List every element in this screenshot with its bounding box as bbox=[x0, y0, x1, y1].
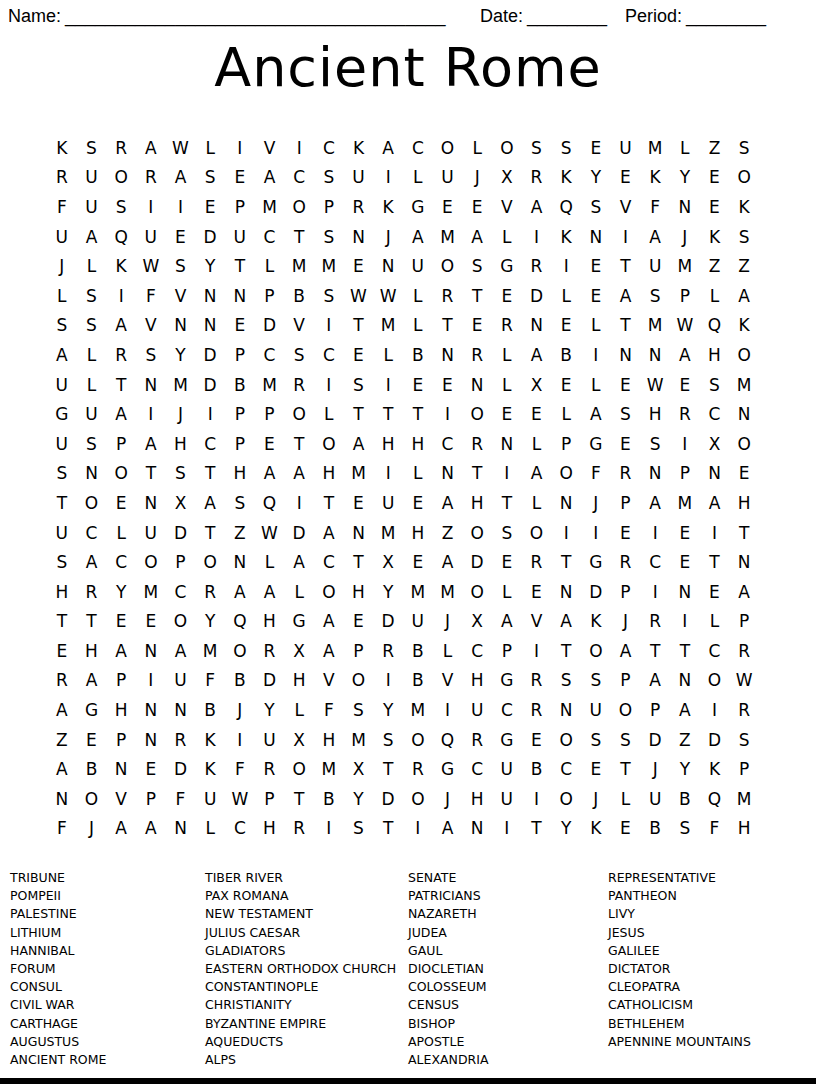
date-blank[interactable]: ________ bbox=[527, 6, 607, 26]
grid-cell[interactable]: L bbox=[403, 311, 433, 341]
grid-cell[interactable]: O bbox=[284, 399, 314, 429]
grid-cell[interactable]: N bbox=[640, 340, 670, 370]
grid-cell[interactable]: U bbox=[492, 784, 522, 814]
grid-cell[interactable]: P bbox=[225, 192, 255, 222]
grid-cell[interactable]: J bbox=[166, 399, 196, 429]
grid-cell[interactable]: N bbox=[522, 311, 552, 341]
grid-cell[interactable]: Q bbox=[106, 222, 136, 252]
grid-cell[interactable]: A bbox=[433, 547, 463, 577]
grid-cell[interactable]: R bbox=[373, 636, 403, 666]
grid-cell[interactable]: U bbox=[462, 695, 492, 725]
grid-cell[interactable]: S bbox=[729, 725, 759, 755]
grid-cell[interactable]: O bbox=[611, 695, 641, 725]
grid-cell[interactable]: B bbox=[284, 281, 314, 311]
grid-cell[interactable]: H bbox=[314, 459, 344, 489]
grid-cell[interactable]: A bbox=[670, 695, 700, 725]
grid-cell[interactable]: T bbox=[462, 281, 492, 311]
grid-cell[interactable]: Q bbox=[551, 192, 581, 222]
grid-cell[interactable]: L bbox=[77, 251, 107, 281]
grid-cell[interactable]: A bbox=[136, 429, 166, 459]
grid-cell[interactable]: U bbox=[195, 784, 225, 814]
grid-cell[interactable]: V bbox=[166, 281, 196, 311]
grid-cell[interactable]: A bbox=[611, 281, 641, 311]
grid-cell[interactable]: F bbox=[195, 666, 225, 696]
grid-cell[interactable]: I bbox=[106, 281, 136, 311]
grid-cell[interactable]: K bbox=[106, 251, 136, 281]
grid-cell[interactable]: O bbox=[551, 725, 581, 755]
grid-cell[interactable]: L bbox=[492, 370, 522, 400]
grid-cell[interactable]: Z bbox=[433, 518, 463, 548]
grid-cell[interactable]: H bbox=[106, 695, 136, 725]
grid-cell[interactable]: H bbox=[729, 814, 759, 844]
grid-cell[interactable]: N bbox=[136, 488, 166, 518]
grid-cell[interactable]: H bbox=[284, 666, 314, 696]
grid-cell[interactable]: R bbox=[522, 547, 552, 577]
grid-cell[interactable]: C bbox=[255, 340, 285, 370]
grid-cell[interactable]: N bbox=[551, 488, 581, 518]
grid-cell[interactable]: C bbox=[462, 754, 492, 784]
grid-cell[interactable]: A bbox=[225, 577, 255, 607]
grid-cell[interactable]: R bbox=[522, 666, 552, 696]
grid-cell[interactable]: M bbox=[403, 577, 433, 607]
grid-cell[interactable]: J bbox=[640, 754, 670, 784]
grid-cell[interactable]: E bbox=[433, 192, 463, 222]
grid-cell[interactable]: E bbox=[344, 607, 374, 637]
grid-cell[interactable]: H bbox=[403, 429, 433, 459]
grid-cell[interactable]: D bbox=[195, 222, 225, 252]
grid-cell[interactable]: A bbox=[255, 459, 285, 489]
grid-cell[interactable]: C bbox=[551, 754, 581, 784]
grid-cell[interactable]: E bbox=[255, 429, 285, 459]
grid-cell[interactable]: A bbox=[492, 607, 522, 637]
grid-cell[interactable]: A bbox=[373, 133, 403, 163]
grid-cell[interactable]: L bbox=[403, 163, 433, 193]
grid-cell[interactable]: G bbox=[77, 695, 107, 725]
grid-cell[interactable]: W bbox=[166, 133, 196, 163]
grid-cell[interactable]: I bbox=[551, 251, 581, 281]
grid-cell[interactable]: E bbox=[195, 192, 225, 222]
grid-cell[interactable]: E bbox=[700, 192, 730, 222]
grid-cell[interactable]: P bbox=[255, 399, 285, 429]
grid-cell[interactable]: G bbox=[581, 429, 611, 459]
grid-cell[interactable]: Y bbox=[166, 340, 196, 370]
grid-cell[interactable]: H bbox=[403, 518, 433, 548]
grid-cell[interactable]: K bbox=[581, 607, 611, 637]
grid-cell[interactable]: A bbox=[640, 222, 670, 252]
grid-cell[interactable]: O bbox=[314, 577, 344, 607]
grid-cell[interactable]: Y bbox=[106, 577, 136, 607]
grid-cell[interactable]: N bbox=[166, 311, 196, 341]
grid-cell[interactable]: O bbox=[551, 784, 581, 814]
grid-cell[interactable]: B bbox=[640, 814, 670, 844]
grid-cell[interactable]: S bbox=[581, 666, 611, 696]
grid-cell[interactable]: S bbox=[640, 429, 670, 459]
grid-cell[interactable]: V bbox=[433, 666, 463, 696]
grid-cell[interactable]: H bbox=[729, 488, 759, 518]
grid-cell[interactable]: C bbox=[640, 547, 670, 577]
grid-cell[interactable]: R bbox=[255, 636, 285, 666]
grid-cell[interactable]: M bbox=[640, 133, 670, 163]
grid-cell[interactable]: X bbox=[284, 636, 314, 666]
grid-cell[interactable]: I bbox=[403, 814, 433, 844]
grid-cell[interactable]: I bbox=[670, 429, 700, 459]
grid-cell[interactable]: J bbox=[77, 814, 107, 844]
grid-cell[interactable]: N bbox=[700, 459, 730, 489]
grid-cell[interactable]: S bbox=[611, 725, 641, 755]
grid-cell[interactable]: S bbox=[195, 163, 225, 193]
grid-cell[interactable]: E bbox=[581, 133, 611, 163]
grid-cell[interactable]: W bbox=[373, 281, 403, 311]
grid-cell[interactable]: U bbox=[581, 695, 611, 725]
grid-cell[interactable]: C bbox=[195, 429, 225, 459]
grid-cell[interactable]: N bbox=[344, 518, 374, 548]
grid-cell[interactable]: O bbox=[492, 133, 522, 163]
grid-cell[interactable]: I bbox=[670, 607, 700, 637]
grid-cell[interactable]: E bbox=[344, 488, 374, 518]
grid-cell[interactable]: I bbox=[522, 222, 552, 252]
grid-cell[interactable]: B bbox=[195, 695, 225, 725]
grid-cell[interactable]: R bbox=[729, 695, 759, 725]
grid-cell[interactable]: U bbox=[77, 192, 107, 222]
grid-cell[interactable]: N bbox=[225, 547, 255, 577]
grid-cell[interactable]: U bbox=[47, 429, 77, 459]
grid-cell[interactable]: S bbox=[314, 281, 344, 311]
grid-cell[interactable]: S bbox=[551, 133, 581, 163]
grid-cell[interactable]: P bbox=[640, 695, 670, 725]
grid-cell[interactable]: K bbox=[729, 192, 759, 222]
grid-cell[interactable]: I bbox=[284, 133, 314, 163]
grid-cell[interactable]: T bbox=[284, 429, 314, 459]
grid-cell[interactable]: A bbox=[136, 133, 166, 163]
grid-cell[interactable]: T bbox=[492, 488, 522, 518]
grid-cell[interactable]: C bbox=[462, 636, 492, 666]
grid-cell[interactable]: C bbox=[403, 133, 433, 163]
grid-cell[interactable]: M bbox=[255, 370, 285, 400]
grid-cell[interactable]: S bbox=[314, 222, 344, 252]
grid-cell[interactable]: L bbox=[284, 577, 314, 607]
grid-cell[interactable]: A bbox=[433, 814, 463, 844]
grid-cell[interactable]: E bbox=[136, 607, 166, 637]
grid-cell[interactable]: O bbox=[433, 133, 463, 163]
grid-cell[interactable]: L bbox=[700, 607, 730, 637]
grid-cell[interactable]: I bbox=[700, 518, 730, 548]
grid-cell[interactable]: R bbox=[462, 429, 492, 459]
grid-cell[interactable]: T bbox=[344, 399, 374, 429]
grid-cell[interactable]: L bbox=[284, 695, 314, 725]
grid-cell[interactable]: R bbox=[403, 754, 433, 784]
grid-cell[interactable]: A bbox=[314, 636, 344, 666]
grid-cell[interactable]: O bbox=[403, 784, 433, 814]
grid-cell[interactable]: K bbox=[344, 133, 374, 163]
grid-cell[interactable]: P bbox=[611, 666, 641, 696]
grid-cell[interactable]: J bbox=[225, 695, 255, 725]
grid-cell[interactable]: E bbox=[433, 370, 463, 400]
grid-cell[interactable]: T bbox=[284, 784, 314, 814]
grid-cell[interactable]: R bbox=[77, 577, 107, 607]
grid-cell[interactable]: D bbox=[522, 281, 552, 311]
grid-cell[interactable]: H bbox=[344, 577, 374, 607]
grid-cell[interactable]: A bbox=[195, 488, 225, 518]
grid-cell[interactable]: S bbox=[77, 281, 107, 311]
grid-cell[interactable]: X bbox=[373, 547, 403, 577]
grid-cell[interactable]: A bbox=[522, 459, 552, 489]
grid-cell[interactable]: O bbox=[106, 163, 136, 193]
grid-cell[interactable]: C bbox=[492, 695, 522, 725]
grid-cell[interactable]: B bbox=[670, 784, 700, 814]
grid-cell[interactable]: M bbox=[136, 577, 166, 607]
grid-cell[interactable]: F bbox=[700, 814, 730, 844]
grid-cell[interactable]: H bbox=[255, 814, 285, 844]
grid-cell[interactable]: G bbox=[492, 666, 522, 696]
grid-cell[interactable]: N bbox=[462, 814, 492, 844]
grid-cell[interactable]: M bbox=[373, 311, 403, 341]
period-blank[interactable]: ________ bbox=[686, 6, 766, 26]
grid-cell[interactable]: V bbox=[314, 666, 344, 696]
grid-cell[interactable]: Y bbox=[255, 695, 285, 725]
grid-cell[interactable]: I bbox=[314, 370, 344, 400]
grid-cell[interactable]: J bbox=[670, 222, 700, 252]
grid-cell[interactable]: T bbox=[284, 222, 314, 252]
grid-cell[interactable]: O bbox=[729, 429, 759, 459]
grid-cell[interactable]: M bbox=[373, 518, 403, 548]
grid-cell[interactable]: R bbox=[462, 340, 492, 370]
grid-cell[interactable]: W bbox=[255, 518, 285, 548]
grid-cell[interactable]: A bbox=[136, 814, 166, 844]
grid-cell[interactable]: I bbox=[373, 459, 403, 489]
grid-cell[interactable]: U bbox=[373, 488, 403, 518]
grid-cell[interactable]: I bbox=[492, 814, 522, 844]
grid-cell[interactable]: I bbox=[136, 666, 166, 696]
grid-cell[interactable]: X bbox=[284, 725, 314, 755]
grid-cell[interactable]: S bbox=[136, 340, 166, 370]
grid-cell[interactable]: N bbox=[344, 222, 374, 252]
grid-cell[interactable]: E bbox=[403, 488, 433, 518]
grid-cell[interactable]: I bbox=[700, 695, 730, 725]
grid-cell[interactable]: C bbox=[700, 636, 730, 666]
grid-cell[interactable]: S bbox=[700, 370, 730, 400]
grid-cell[interactable]: Q bbox=[255, 488, 285, 518]
grid-cell[interactable]: H bbox=[225, 459, 255, 489]
grid-cell[interactable]: F bbox=[314, 695, 344, 725]
grid-cell[interactable]: C bbox=[314, 340, 344, 370]
grid-cell[interactable]: N bbox=[195, 281, 225, 311]
grid-cell[interactable]: B bbox=[522, 754, 552, 784]
grid-cell[interactable]: L bbox=[255, 251, 285, 281]
grid-cell[interactable]: T bbox=[47, 488, 77, 518]
grid-cell[interactable]: M bbox=[166, 370, 196, 400]
grid-cell[interactable]: K bbox=[581, 814, 611, 844]
grid-cell[interactable]: G bbox=[433, 754, 463, 784]
grid-cell[interactable]: A bbox=[314, 607, 344, 637]
grid-cell[interactable]: K bbox=[700, 222, 730, 252]
grid-cell[interactable]: A bbox=[255, 163, 285, 193]
grid-cell[interactable]: L bbox=[403, 459, 433, 489]
grid-cell[interactable]: D bbox=[166, 754, 196, 784]
grid-cell[interactable]: P bbox=[670, 281, 700, 311]
grid-cell[interactable]: O bbox=[77, 784, 107, 814]
grid-cell[interactable]: A bbox=[106, 399, 136, 429]
grid-cell[interactable]: N bbox=[462, 370, 492, 400]
grid-cell[interactable]: P bbox=[611, 577, 641, 607]
grid-cell[interactable]: T bbox=[700, 547, 730, 577]
grid-cell[interactable]: B bbox=[403, 636, 433, 666]
grid-cell[interactable]: E bbox=[462, 311, 492, 341]
grid-cell[interactable]: M bbox=[255, 192, 285, 222]
grid-cell[interactable]: A bbox=[640, 666, 670, 696]
grid-cell[interactable]: E bbox=[611, 163, 641, 193]
grid-cell[interactable]: S bbox=[106, 192, 136, 222]
grid-cell[interactable]: U bbox=[433, 163, 463, 193]
grid-cell[interactable]: A bbox=[106, 311, 136, 341]
grid-cell[interactable]: F bbox=[640, 192, 670, 222]
grid-cell[interactable]: R bbox=[640, 607, 670, 637]
name-blank[interactable]: ______________________________________ bbox=[65, 6, 445, 26]
grid-cell[interactable]: I bbox=[314, 311, 344, 341]
grid-cell[interactable]: P bbox=[314, 192, 344, 222]
grid-cell[interactable]: L bbox=[492, 340, 522, 370]
grid-cell[interactable]: D bbox=[462, 547, 492, 577]
grid-cell[interactable]: O bbox=[462, 518, 492, 548]
grid-cell[interactable]: E bbox=[225, 163, 255, 193]
grid-cell[interactable]: T bbox=[551, 636, 581, 666]
grid-cell[interactable]: Y bbox=[373, 577, 403, 607]
grid-cell[interactable]: X bbox=[522, 370, 552, 400]
grid-cell[interactable]: L bbox=[433, 636, 463, 666]
grid-cell[interactable]: Q bbox=[433, 725, 463, 755]
grid-cell[interactable]: I bbox=[492, 459, 522, 489]
grid-cell[interactable]: A bbox=[47, 695, 77, 725]
grid-cell[interactable]: D bbox=[373, 607, 403, 637]
grid-cell[interactable]: E bbox=[700, 163, 730, 193]
grid-cell[interactable]: S bbox=[373, 725, 403, 755]
grid-cell[interactable]: R bbox=[106, 340, 136, 370]
grid-cell[interactable]: T bbox=[314, 488, 344, 518]
grid-cell[interactable]: E bbox=[522, 725, 552, 755]
grid-cell[interactable]: E bbox=[166, 222, 196, 252]
grid-cell[interactable]: U bbox=[492, 754, 522, 784]
grid-cell[interactable]: O bbox=[77, 488, 107, 518]
grid-cell[interactable]: K bbox=[195, 725, 225, 755]
grid-cell[interactable]: B bbox=[225, 370, 255, 400]
grid-cell[interactable]: Y bbox=[195, 251, 225, 281]
grid-cell[interactable]: I bbox=[284, 488, 314, 518]
grid-cell[interactable]: C bbox=[433, 429, 463, 459]
grid-cell[interactable]: P bbox=[670, 459, 700, 489]
grid-cell[interactable]: R bbox=[611, 459, 641, 489]
grid-cell[interactable]: Q bbox=[225, 607, 255, 637]
grid-cell[interactable]: M bbox=[284, 251, 314, 281]
grid-cell[interactable]: C bbox=[166, 577, 196, 607]
grid-cell[interactable]: E bbox=[403, 370, 433, 400]
grid-cell[interactable]: L bbox=[522, 429, 552, 459]
grid-cell[interactable]: S bbox=[670, 814, 700, 844]
grid-cell[interactable]: S bbox=[47, 311, 77, 341]
grid-cell[interactable]: Y bbox=[195, 607, 225, 637]
grid-cell[interactable]: P bbox=[255, 281, 285, 311]
grid-cell[interactable]: L bbox=[314, 399, 344, 429]
grid-cell[interactable]: O bbox=[522, 518, 552, 548]
grid-cell[interactable]: A bbox=[77, 222, 107, 252]
grid-cell[interactable]: N bbox=[77, 459, 107, 489]
grid-cell[interactable]: R bbox=[611, 547, 641, 577]
grid-cell[interactable]: O bbox=[462, 577, 492, 607]
grid-cell[interactable]: J bbox=[462, 163, 492, 193]
grid-cell[interactable]: I bbox=[522, 784, 552, 814]
grid-cell[interactable]: U bbox=[77, 163, 107, 193]
grid-cell[interactable]: U bbox=[255, 725, 285, 755]
grid-cell[interactable]: H bbox=[462, 784, 492, 814]
grid-cell[interactable]: U bbox=[47, 370, 77, 400]
grid-cell[interactable]: N bbox=[581, 222, 611, 252]
grid-cell[interactable]: N bbox=[492, 429, 522, 459]
grid-cell[interactable]: M bbox=[433, 222, 463, 252]
grid-cell[interactable]: G bbox=[47, 399, 77, 429]
grid-cell[interactable]: G bbox=[581, 547, 611, 577]
grid-cell[interactable]: P bbox=[136, 784, 166, 814]
grid-cell[interactable]: D bbox=[195, 340, 225, 370]
grid-cell[interactable]: E bbox=[670, 370, 700, 400]
grid-cell[interactable]: U bbox=[47, 518, 77, 548]
grid-cell[interactable]: J bbox=[373, 222, 403, 252]
grid-cell[interactable]: X bbox=[492, 163, 522, 193]
grid-cell[interactable]: Z bbox=[47, 725, 77, 755]
grid-cell[interactable]: T bbox=[403, 399, 433, 429]
grid-cell[interactable]: A bbox=[433, 488, 463, 518]
grid-cell[interactable]: R bbox=[106, 133, 136, 163]
grid-cell[interactable]: K bbox=[700, 754, 730, 784]
grid-cell[interactable]: N bbox=[670, 666, 700, 696]
grid-cell[interactable]: A bbox=[403, 222, 433, 252]
grid-cell[interactable]: I bbox=[581, 518, 611, 548]
grid-cell[interactable]: Z bbox=[225, 518, 255, 548]
grid-cell[interactable]: Z bbox=[729, 251, 759, 281]
grid-cell[interactable]: E bbox=[492, 399, 522, 429]
grid-cell[interactable]: O bbox=[433, 251, 463, 281]
grid-cell[interactable]: S bbox=[729, 222, 759, 252]
grid-cell[interactable]: L bbox=[551, 399, 581, 429]
grid-cell[interactable]: N bbox=[136, 636, 166, 666]
grid-cell[interactable]: A bbox=[284, 547, 314, 577]
grid-cell[interactable]: P bbox=[344, 636, 374, 666]
grid-cell[interactable]: M bbox=[729, 784, 759, 814]
grid-cell[interactable]: Q bbox=[700, 784, 730, 814]
grid-cell[interactable]: I bbox=[611, 222, 641, 252]
grid-cell[interactable]: A bbox=[729, 281, 759, 311]
grid-cell[interactable]: U bbox=[640, 784, 670, 814]
grid-cell[interactable]: N bbox=[195, 311, 225, 341]
grid-cell[interactable]: T bbox=[640, 636, 670, 666]
grid-cell[interactable]: X bbox=[166, 488, 196, 518]
grid-cell[interactable]: A bbox=[522, 340, 552, 370]
grid-cell[interactable]: S bbox=[344, 695, 374, 725]
grid-cell[interactable]: E bbox=[522, 577, 552, 607]
grid-cell[interactable]: U bbox=[225, 222, 255, 252]
grid-cell[interactable]: K bbox=[47, 133, 77, 163]
grid-cell[interactable]: E bbox=[403, 547, 433, 577]
grid-cell[interactable]: O bbox=[284, 192, 314, 222]
grid-cell[interactable]: E bbox=[225, 311, 255, 341]
grid-cell[interactable]: L bbox=[492, 222, 522, 252]
grid-cell[interactable]: L bbox=[581, 311, 611, 341]
grid-cell[interactable]: O bbox=[344, 666, 374, 696]
grid-cell[interactable]: E bbox=[611, 429, 641, 459]
grid-cell[interactable]: U bbox=[136, 518, 166, 548]
grid-cell[interactable]: I bbox=[433, 399, 463, 429]
grid-cell[interactable]: O bbox=[195, 547, 225, 577]
grid-cell[interactable]: N bbox=[433, 340, 463, 370]
grid-cell[interactable]: L bbox=[611, 784, 641, 814]
grid-cell[interactable]: S bbox=[77, 429, 107, 459]
